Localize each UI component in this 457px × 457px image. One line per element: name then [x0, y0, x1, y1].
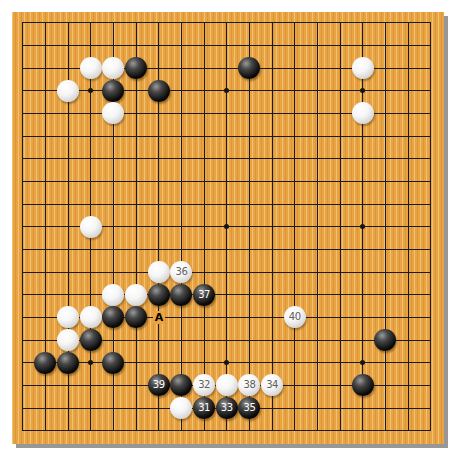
- stone-black[interactable]: [352, 374, 374, 396]
- grid-line-horizontal: [22, 294, 431, 295]
- grid-line-horizontal: [22, 249, 431, 250]
- stone-white[interactable]: [102, 57, 124, 79]
- go-board[interactable]: 36374039323834313335A: [12, 12, 444, 444]
- star-point: [224, 360, 229, 365]
- grid-line-vertical: [385, 22, 386, 431]
- go-diagram: 36374039323834313335A: [0, 0, 457, 457]
- stone-black[interactable]: [170, 284, 192, 306]
- stone-white-move-34[interactable]: 34: [261, 374, 283, 396]
- stone-white[interactable]: [216, 374, 238, 396]
- star-point: [360, 360, 365, 365]
- stone-black[interactable]: [57, 352, 79, 374]
- stone-white[interactable]: [102, 284, 124, 306]
- grid-line-horizontal: [22, 430, 431, 431]
- stone-white-move-40[interactable]: 40: [284, 306, 306, 328]
- stone-black[interactable]: [102, 352, 124, 374]
- stone-black[interactable]: [238, 57, 260, 79]
- grid-line-vertical: [294, 22, 295, 431]
- point-label-A[interactable]: A: [153, 311, 166, 324]
- star-point: [88, 360, 93, 365]
- grid-line-vertical: [430, 22, 431, 431]
- stone-black-move-31[interactable]: 31: [193, 397, 215, 419]
- star-point: [360, 224, 365, 229]
- stone-white[interactable]: [102, 102, 124, 124]
- stone-white[interactable]: [352, 102, 374, 124]
- star-point: [224, 88, 229, 93]
- grid-line-vertical: [340, 22, 341, 431]
- grid-line-vertical: [408, 22, 409, 431]
- stone-white-move-36[interactable]: 36: [170, 261, 192, 283]
- star-point: [360, 88, 365, 93]
- stone-black[interactable]: [374, 329, 396, 351]
- stone-black[interactable]: [125, 306, 147, 328]
- stone-white[interactable]: [80, 57, 102, 79]
- stone-white[interactable]: [80, 216, 102, 238]
- stone-black[interactable]: [148, 80, 170, 102]
- stone-white-move-38[interactable]: 38: [238, 374, 260, 396]
- stone-white[interactable]: [57, 80, 79, 102]
- stone-white[interactable]: [125, 284, 147, 306]
- stone-black[interactable]: [170, 374, 192, 396]
- stone-black[interactable]: [125, 57, 147, 79]
- stone-white[interactable]: [80, 306, 102, 328]
- stone-white[interactable]: [57, 329, 79, 351]
- grid-line-vertical: [249, 22, 250, 431]
- grid-line-horizontal: [22, 272, 431, 273]
- stone-black-move-39[interactable]: 39: [148, 374, 170, 396]
- star-point: [224, 224, 229, 229]
- stone-white[interactable]: [148, 261, 170, 283]
- stone-black[interactable]: [34, 352, 56, 374]
- grid-line-vertical: [317, 22, 318, 431]
- stone-black-move-35[interactable]: 35: [238, 397, 260, 419]
- stone-white[interactable]: [352, 57, 374, 79]
- stone-white[interactable]: [170, 397, 192, 419]
- star-point: [88, 88, 93, 93]
- stone-black[interactable]: [102, 306, 124, 328]
- stone-white[interactable]: [57, 306, 79, 328]
- grid-line-vertical: [272, 22, 273, 431]
- stone-black[interactable]: [102, 80, 124, 102]
- stone-black-move-33[interactable]: 33: [216, 397, 238, 419]
- stone-white-move-32[interactable]: 32: [193, 374, 215, 396]
- stone-black[interactable]: [80, 329, 102, 351]
- stone-black[interactable]: [148, 284, 170, 306]
- stone-black-move-37[interactable]: 37: [193, 284, 215, 306]
